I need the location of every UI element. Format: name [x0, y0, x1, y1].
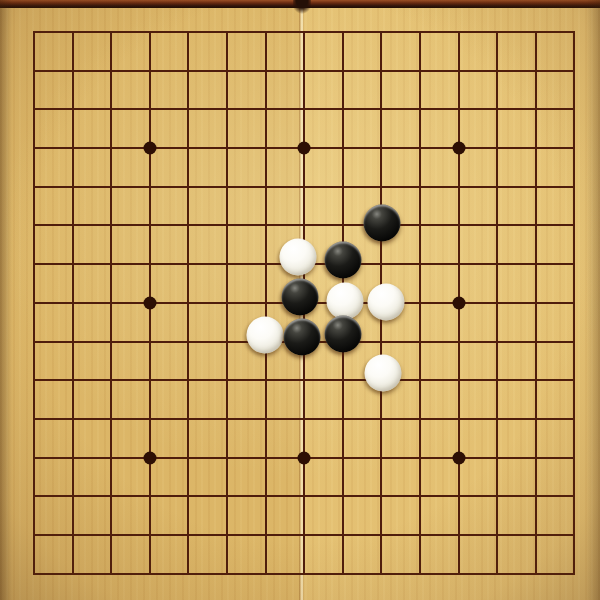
- stone-white[interactable]: [247, 317, 284, 354]
- stone-black[interactable]: [282, 279, 319, 316]
- stone-black[interactable]: [364, 205, 401, 242]
- stone-white[interactable]: [280, 239, 317, 276]
- stone-white[interactable]: [368, 284, 405, 321]
- goban: [0, 0, 600, 600]
- star-point: [452, 142, 465, 155]
- star-point: [143, 142, 156, 155]
- star-point: [143, 296, 156, 309]
- star-point: [298, 142, 311, 155]
- hinge-notch: [293, 0, 311, 14]
- star-point: [452, 451, 465, 464]
- stone-white[interactable]: [327, 283, 364, 320]
- stone-black[interactable]: [284, 319, 321, 356]
- right-edge-shadow: [586, 0, 600, 600]
- left-edge-shadow: [0, 0, 12, 600]
- star-point: [143, 451, 156, 464]
- star-point: [298, 451, 311, 464]
- star-point: [452, 296, 465, 309]
- stone-black[interactable]: [325, 316, 362, 353]
- stone-white[interactable]: [365, 355, 402, 392]
- stone-black[interactable]: [325, 242, 362, 279]
